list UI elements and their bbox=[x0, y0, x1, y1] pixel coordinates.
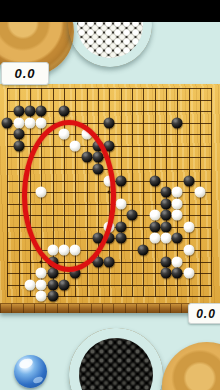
grid-line bbox=[143, 88, 144, 297]
board-front-edge bbox=[0, 303, 220, 313]
black-stone bbox=[47, 291, 58, 302]
black-stone bbox=[115, 175, 126, 186]
black-stones-bowl-icon bbox=[69, 328, 163, 390]
black-stone bbox=[13, 106, 24, 117]
grid-line bbox=[211, 88, 212, 297]
go-app-screen: 0.0 0.0 bbox=[0, 0, 220, 390]
grid-line bbox=[121, 88, 122, 297]
white-stone bbox=[172, 198, 183, 209]
black-stone bbox=[160, 187, 171, 198]
black-stone bbox=[115, 233, 126, 244]
white-stone bbox=[115, 198, 126, 209]
white-stone bbox=[194, 187, 205, 198]
black-stone bbox=[160, 268, 171, 279]
white-stone bbox=[36, 117, 47, 128]
black-stone bbox=[149, 175, 160, 186]
black-stone bbox=[172, 117, 183, 128]
black-stone bbox=[58, 106, 69, 117]
black-stone bbox=[36, 106, 47, 117]
white-stone bbox=[160, 233, 171, 244]
white-stone bbox=[172, 210, 183, 221]
go-board[interactable] bbox=[0, 84, 220, 313]
black-stone bbox=[24, 106, 35, 117]
white-stone bbox=[24, 279, 35, 290]
black-stone bbox=[138, 244, 149, 255]
bowl-lid-bottom-icon bbox=[162, 342, 220, 390]
black-stone bbox=[172, 233, 183, 244]
black-stone bbox=[160, 256, 171, 267]
black-stone bbox=[13, 140, 24, 151]
black-stone bbox=[149, 221, 160, 232]
white-stone bbox=[183, 244, 194, 255]
white-stone bbox=[13, 117, 24, 128]
white-stone bbox=[36, 268, 47, 279]
black-stone bbox=[160, 210, 171, 221]
black-stone bbox=[104, 256, 115, 267]
black-stone bbox=[58, 279, 69, 290]
white-stone bbox=[36, 279, 47, 290]
black-stone bbox=[115, 221, 126, 232]
white-stone bbox=[183, 268, 194, 279]
white-stone bbox=[172, 187, 183, 198]
white-stone bbox=[172, 256, 183, 267]
status-bar bbox=[0, 0, 220, 22]
white-stone bbox=[149, 210, 160, 221]
black-stone bbox=[160, 221, 171, 232]
bottom-score-badge: 0.0 bbox=[188, 303, 220, 324]
black-stone bbox=[47, 279, 58, 290]
blue-ball-icon[interactable] bbox=[14, 355, 47, 388]
grid-line bbox=[132, 88, 133, 297]
black-stone bbox=[183, 175, 194, 186]
black-stone bbox=[172, 268, 183, 279]
black-stone bbox=[104, 117, 115, 128]
grid-line bbox=[189, 88, 190, 297]
white-stone bbox=[36, 291, 47, 302]
black-stone bbox=[2, 117, 13, 128]
white-stone bbox=[183, 221, 194, 232]
white-stone bbox=[24, 117, 35, 128]
grid-line bbox=[155, 88, 156, 297]
red-ellipse-annotation bbox=[22, 120, 116, 272]
top-score-badge: 0.0 bbox=[1, 62, 49, 85]
black-stone bbox=[13, 129, 24, 140]
black-stone bbox=[160, 198, 171, 209]
star-point bbox=[40, 260, 43, 263]
bowl-rim bbox=[69, 328, 163, 390]
white-stone bbox=[149, 233, 160, 244]
black-stone bbox=[126, 210, 137, 221]
